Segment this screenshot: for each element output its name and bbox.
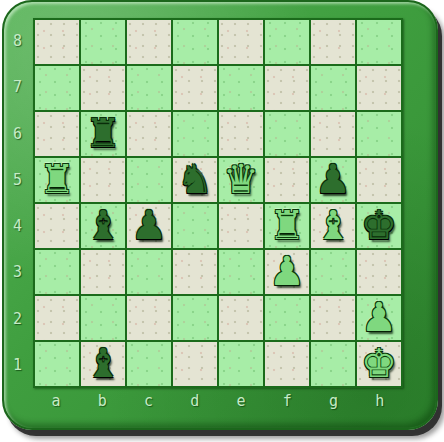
square-e2[interactable] [219,296,263,340]
square-g6[interactable] [311,112,355,156]
square-e8[interactable] [219,20,263,64]
piece-black-pawn[interactable]: ♟ [131,205,167,245]
square-b6[interactable]: ♜ [81,112,125,156]
square-e6[interactable] [219,112,263,156]
file-label-g: g [311,388,357,414]
square-c4[interactable]: ♟ [127,204,171,248]
piece-black-knight[interactable]: ♞ [177,159,213,199]
square-e1[interactable] [219,342,263,386]
rank-labels: 87654321 [2,18,33,388]
square-a1[interactable] [35,342,79,386]
square-f3[interactable]: ♟ [265,250,309,294]
rank-label-2: 2 [2,296,33,342]
square-d1[interactable] [173,342,217,386]
piece-black-rook[interactable]: ♜ [85,113,121,153]
square-a7[interactable] [35,66,79,110]
square-e4[interactable] [219,204,263,248]
piece-white-rook[interactable]: ♜ [39,159,75,199]
square-g5[interactable]: ♟ [311,158,355,202]
chess-board: ♜♜♞♛♟♝♟♜♝♚♟♟♝♚ [33,18,403,388]
file-label-h: h [357,388,403,414]
piece-white-rook[interactable]: ♜ [269,205,305,245]
square-f5[interactable] [265,158,309,202]
square-h3[interactable] [357,250,401,294]
square-a8[interactable] [35,20,79,64]
square-d4[interactable] [173,204,217,248]
chess-app-window: 87654321 ♜♜♞♛♟♝♟♜♝♚♟♟♝♚ abcdefgh [0,0,444,442]
square-a4[interactable] [35,204,79,248]
square-g7[interactable] [311,66,355,110]
square-b4[interactable]: ♝ [81,204,125,248]
square-b3[interactable] [81,250,125,294]
square-h7[interactable] [357,66,401,110]
square-f8[interactable] [265,20,309,64]
square-b8[interactable] [81,20,125,64]
square-d3[interactable] [173,250,217,294]
square-e5[interactable]: ♛ [219,158,263,202]
square-h2[interactable]: ♟ [357,296,401,340]
square-c2[interactable] [127,296,171,340]
square-c6[interactable] [127,112,171,156]
square-e7[interactable] [219,66,263,110]
square-b7[interactable] [81,66,125,110]
square-g3[interactable] [311,250,355,294]
file-label-c: c [126,388,172,414]
square-b2[interactable] [81,296,125,340]
square-h4[interactable]: ♚ [357,204,401,248]
piece-black-bishop[interactable]: ♝ [85,343,121,383]
square-c1[interactable] [127,342,171,386]
file-labels: abcdefgh [33,388,403,414]
square-h8[interactable] [357,20,401,64]
square-g2[interactable] [311,296,355,340]
piece-white-queen[interactable]: ♛ [223,159,259,199]
square-d8[interactable] [173,20,217,64]
square-g1[interactable] [311,342,355,386]
piece-white-king[interactable]: ♚ [361,343,397,383]
square-e3[interactable] [219,250,263,294]
square-h6[interactable] [357,112,401,156]
square-d2[interactable] [173,296,217,340]
square-h5[interactable] [357,158,401,202]
square-d6[interactable] [173,112,217,156]
piece-black-bishop[interactable]: ♝ [85,205,121,245]
square-f7[interactable] [265,66,309,110]
file-label-d: d [172,388,218,414]
file-label-a: a [33,388,79,414]
square-b5[interactable] [81,158,125,202]
square-a5[interactable]: ♜ [35,158,79,202]
rank-label-5: 5 [2,157,33,203]
file-label-f: f [264,388,310,414]
rank-label-7: 7 [2,64,33,110]
square-f1[interactable] [265,342,309,386]
square-g4[interactable]: ♝ [311,204,355,248]
square-a2[interactable] [35,296,79,340]
piece-white-pawn[interactable]: ♟ [361,297,397,337]
square-f6[interactable] [265,112,309,156]
square-c3[interactable] [127,250,171,294]
square-a6[interactable] [35,112,79,156]
square-f2[interactable] [265,296,309,340]
piece-black-pawn[interactable]: ♟ [315,159,351,199]
square-c8[interactable] [127,20,171,64]
file-label-b: b [79,388,125,414]
square-g8[interactable] [311,20,355,64]
piece-white-bishop[interactable]: ♝ [315,205,351,245]
rank-label-3: 3 [2,249,33,295]
square-b1[interactable]: ♝ [81,342,125,386]
square-c7[interactable] [127,66,171,110]
square-d7[interactable] [173,66,217,110]
square-c5[interactable] [127,158,171,202]
piece-black-king[interactable]: ♚ [361,205,397,245]
piece-white-pawn[interactable]: ♟ [269,251,305,291]
rank-label-6: 6 [2,111,33,157]
square-a3[interactable] [35,250,79,294]
square-h1[interactable]: ♚ [357,342,401,386]
rank-label-1: 1 [2,342,33,388]
square-f4[interactable]: ♜ [265,204,309,248]
file-label-e: e [218,388,264,414]
square-d5[interactable]: ♞ [173,158,217,202]
rank-label-4: 4 [2,203,33,249]
rank-label-8: 8 [2,18,33,64]
